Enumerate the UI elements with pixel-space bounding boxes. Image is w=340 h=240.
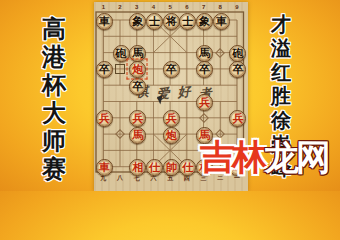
piece-rP[interactable]: 兵: [196, 94, 213, 111]
piece-bA[interactable]: 士: [179, 13, 196, 30]
site-watermark: 吉林龙网: [200, 134, 328, 181]
file-label-top: 2: [118, 4, 121, 10]
title-char: 赛: [42, 155, 66, 183]
title-char: 才: [271, 12, 291, 36]
piece-bB[interactable]: 象: [129, 13, 146, 30]
title-char: 胜: [271, 84, 291, 108]
title-char: 港: [42, 43, 66, 71]
move-to-highlight: [126, 58, 147, 79]
piece-bK[interactable]: 将: [163, 13, 180, 30]
piece-bB[interactable]: 象: [196, 13, 213, 30]
title-char: 溢: [271, 36, 291, 60]
title-char: 杯: [42, 71, 66, 99]
title-char: 红: [271, 60, 291, 84]
file-label-bottom: 八: [117, 174, 123, 183]
piece-bP[interactable]: 卒: [129, 78, 146, 95]
title-char: 师: [42, 127, 66, 155]
file-label-top: 8: [219, 4, 222, 10]
river-text-char: 好: [177, 82, 192, 101]
piece-rP[interactable]: 兵: [96, 110, 113, 127]
title-char: 大: [42, 99, 66, 127]
event-title: 高港杯大师赛: [42, 15, 66, 183]
file-label-top: 1: [102, 4, 105, 10]
site-watermark-white: 龙网: [264, 137, 328, 177]
file-label-top: 5: [168, 4, 171, 10]
file-label-top: 3: [135, 4, 138, 10]
file-label-top: 4: [152, 4, 155, 10]
piece-bP[interactable]: 卒: [163, 61, 180, 78]
piece-rC[interactable]: 炮: [163, 127, 180, 144]
piece-rA[interactable]: 仕: [146, 159, 163, 176]
piece-rP[interactable]: 兵: [163, 110, 180, 127]
file-label-top: 7: [202, 4, 205, 10]
title-char: 高: [42, 15, 66, 43]
file-label-top: 6: [185, 4, 188, 10]
piece-bR[interactable]: 車: [96, 13, 113, 30]
move-from-marker: [115, 64, 125, 74]
piece-bA[interactable]: 士: [146, 13, 163, 30]
piece-rN[interactable]: 馬: [129, 127, 146, 144]
piece-rR[interactable]: 車: [96, 159, 113, 176]
title-char: 徐: [271, 108, 291, 132]
piece-bR[interactable]: 車: [213, 13, 230, 30]
site-watermark-red: 吉林: [200, 137, 264, 177]
piece-rK[interactable]: 帥: [163, 159, 180, 176]
file-label-top: 9: [235, 4, 238, 10]
piece-bN[interactable]: 馬: [196, 45, 213, 62]
